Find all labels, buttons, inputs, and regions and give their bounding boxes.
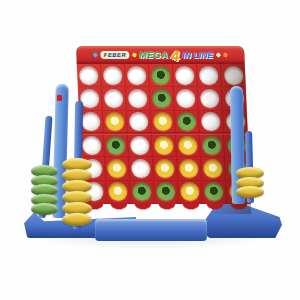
empty-hole: [176, 89, 196, 108]
cell-r4c6[interactable]: [200, 134, 225, 157]
cell-r4c2[interactable]: [104, 134, 129, 157]
yellow-disc: [180, 182, 200, 201]
cell-r2c5[interactable]: [174, 87, 199, 110]
front-crossbar: [95, 219, 207, 241]
cell-r3c3[interactable]: [127, 111, 152, 134]
cell-r6c2[interactable]: [106, 181, 131, 204]
empty-hole: [201, 112, 221, 131]
green-disc: [151, 66, 171, 85]
yellow-disc: [178, 136, 198, 155]
cell-r1c4[interactable]: [149, 64, 174, 87]
cell-r6c4[interactable]: [154, 181, 179, 204]
empty-hole: [81, 112, 101, 131]
empty-hole: [200, 89, 220, 108]
yellow-disc: [179, 159, 199, 178]
cell-r6c5[interactable]: [178, 181, 203, 204]
cell-r1c1[interactable]: [77, 64, 102, 87]
cell-r4c3[interactable]: [128, 134, 153, 157]
spare-green-ring[interactable]: [31, 203, 58, 215]
empty-hole: [104, 89, 124, 108]
cell-r3c6[interactable]: [199, 111, 224, 134]
cell-r1c6[interactable]: [197, 64, 222, 87]
title-word-mega: MEGA: [139, 50, 168, 60]
cell-r6c6[interactable]: [202, 181, 227, 204]
cell-r1c2[interactable]: [101, 64, 126, 87]
empty-hole: [175, 66, 195, 85]
cell-r2c4[interactable]: [150, 87, 175, 110]
brand-logo: FEBER: [101, 51, 130, 59]
cell-r1c7[interactable]: [221, 64, 246, 87]
connect-four-board: FEBER MEGA 4 IN LINE: [76, 46, 251, 210]
title-word-four: 4: [171, 48, 180, 63]
cell-r2c6[interactable]: [198, 87, 223, 110]
cell-r2c2[interactable]: [102, 87, 127, 110]
cell-r1c5[interactable]: [173, 64, 198, 87]
yellow-disc: [107, 159, 127, 178]
yellow-disc: [153, 112, 173, 131]
cell-r5c2[interactable]: [105, 157, 130, 180]
empty-hole: [223, 66, 243, 85]
empty-hole: [82, 136, 102, 155]
green-disc: [177, 112, 197, 131]
empty-hole: [127, 66, 147, 85]
photo-connect-four-set: FEBER MEGA 4 IN LINE: [0, 0, 300, 300]
spare-yellow-ring[interactable]: [236, 186, 264, 198]
green-disc: [132, 182, 152, 201]
empty-hole: [131, 159, 151, 178]
cell-r5c4[interactable]: [153, 157, 178, 180]
green-disc: [204, 182, 224, 201]
yellow-disc: [105, 112, 125, 131]
yellow-disc: [155, 159, 175, 178]
cell-r4c4[interactable]: [152, 134, 177, 157]
cell-r4c5[interactable]: [176, 134, 201, 157]
empty-hole: [130, 136, 150, 155]
spare-yellow-ring[interactable]: [62, 213, 92, 226]
brand-dot: [57, 95, 62, 101]
cell-r3c2[interactable]: [103, 111, 128, 134]
confetti-icon: [132, 52, 137, 57]
empty-hole: [129, 112, 149, 131]
green-disc: [202, 136, 222, 155]
confetti-icon: [215, 52, 221, 58]
empty-hole: [103, 66, 123, 85]
confetti-icon: [93, 52, 99, 57]
green-disc: [106, 136, 126, 155]
cell-r3c5[interactable]: [175, 111, 200, 134]
empty-hole: [199, 66, 219, 85]
yellow-disc: [108, 182, 128, 201]
scalloped-bottom-edge: [83, 203, 251, 213]
yellow-disc: [154, 136, 174, 155]
empty-hole: [128, 89, 148, 108]
title-banner: FEBER MEGA 4 IN LINE: [76, 46, 245, 64]
cell-r4c1[interactable]: [80, 134, 105, 157]
yellow-disc: [203, 159, 223, 178]
cell-r5c5[interactable]: [177, 157, 202, 180]
green-disc: [152, 89, 172, 108]
cell-r3c4[interactable]: [151, 111, 176, 134]
title-word-inline: IN LINE: [182, 51, 213, 60]
panel-seam: [80, 132, 248, 135]
empty-hole: [79, 66, 99, 85]
green-disc: [156, 182, 176, 201]
cell-r6c3[interactable]: [130, 181, 155, 204]
cell-r5c3[interactable]: [129, 157, 154, 180]
cell-r2c3[interactable]: [126, 87, 151, 110]
cell-r1c3[interactable]: [125, 64, 150, 87]
cell-r5c6[interactable]: [201, 157, 226, 180]
confetti-icon: [223, 53, 227, 58]
